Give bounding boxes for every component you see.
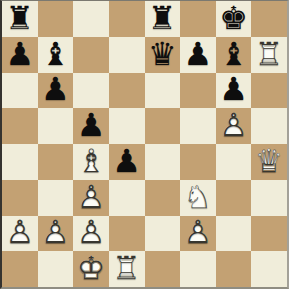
square-h5[interactable] <box>251 108 287 144</box>
piece-black-queen[interactable]: ♛ <box>145 37 181 73</box>
white-pawn-outline: ♙ <box>41 216 70 248</box>
square-h6[interactable] <box>251 73 287 109</box>
square-e7[interactable]: ♛ <box>145 37 181 73</box>
piece-white-bishop[interactable]: ♝♗ <box>73 144 109 180</box>
square-d1[interactable]: ♜♖ <box>109 251 145 287</box>
square-c3[interactable]: ♟♙ <box>73 180 109 216</box>
square-a8[interactable]: ♜ <box>2 1 38 37</box>
white-pawn-outline: ♙ <box>77 180 106 212</box>
square-d2[interactable] <box>109 216 145 252</box>
piece-white-knight[interactable]: ♞♘ <box>180 180 216 216</box>
square-e4[interactable] <box>145 144 181 180</box>
square-c7[interactable] <box>73 37 109 73</box>
square-c8[interactable] <box>73 1 109 37</box>
square-c4[interactable]: ♝♗ <box>73 144 109 180</box>
piece-black-rook[interactable]: ♜ <box>145 1 181 37</box>
square-c2[interactable]: ♟♙ <box>73 216 109 252</box>
black-rook-glyph: ♜ <box>5 2 34 34</box>
square-f3[interactable]: ♞♘ <box>180 180 216 216</box>
square-c1[interactable]: ♚♔ <box>73 251 109 287</box>
square-g2[interactable] <box>216 216 252 252</box>
square-g5[interactable]: ♟♙ <box>216 108 252 144</box>
square-a5[interactable] <box>2 108 38 144</box>
square-f1[interactable] <box>180 251 216 287</box>
square-g4[interactable] <box>216 144 252 180</box>
square-g8[interactable]: ♚ <box>216 1 252 37</box>
square-b1[interactable] <box>38 251 74 287</box>
piece-black-king[interactable]: ♚ <box>216 1 252 37</box>
piece-white-pawn[interactable]: ♟♙ <box>180 216 216 252</box>
piece-white-rook[interactable]: ♜♖ <box>251 37 287 73</box>
black-pawn-glyph: ♟ <box>112 145 141 177</box>
white-knight-outline: ♘ <box>184 180 213 212</box>
black-king-glyph: ♚ <box>219 2 248 34</box>
square-e5[interactable] <box>145 108 181 144</box>
piece-white-pawn[interactable]: ♟♙ <box>73 180 109 216</box>
white-rook-outline: ♖ <box>112 252 141 284</box>
square-h4[interactable]: ♛♕ <box>251 144 287 180</box>
piece-white-queen[interactable]: ♛♕ <box>251 144 287 180</box>
square-h1[interactable] <box>251 251 287 287</box>
black-bishop-glyph: ♝ <box>219 37 248 69</box>
square-e8[interactable]: ♜ <box>145 1 181 37</box>
square-e6[interactable] <box>145 73 181 109</box>
black-pawn-glyph: ♟ <box>219 73 248 105</box>
square-b8[interactable] <box>38 1 74 37</box>
white-pawn-outline: ♙ <box>219 109 248 141</box>
square-a6[interactable] <box>2 73 38 109</box>
white-pawn-outline: ♙ <box>77 216 106 248</box>
square-h3[interactable] <box>251 180 287 216</box>
piece-black-pawn[interactable]: ♟ <box>73 108 109 144</box>
square-g7[interactable]: ♝ <box>216 37 252 73</box>
piece-black-pawn[interactable]: ♟ <box>180 37 216 73</box>
square-g3[interactable] <box>216 180 252 216</box>
chess-board: ♜♜♚♟♝♛♟♝♜♖♟♟♟♟♙♝♗♟♛♕♟♙♞♘♟♙♟♙♟♙♟♙♚♔♜♖ <box>0 0 289 289</box>
square-e3[interactable] <box>145 180 181 216</box>
black-pawn-glyph: ♟ <box>41 73 70 105</box>
piece-black-bishop[interactable]: ♝ <box>38 37 74 73</box>
square-d5[interactable] <box>109 108 145 144</box>
square-h7[interactable]: ♜♖ <box>251 37 287 73</box>
black-rook-glyph: ♜ <box>148 2 177 34</box>
square-d6[interactable] <box>109 73 145 109</box>
square-f7[interactable]: ♟ <box>180 37 216 73</box>
black-queen-glyph: ♛ <box>148 37 177 69</box>
square-b5[interactable] <box>38 108 74 144</box>
piece-white-pawn[interactable]: ♟♙ <box>216 108 252 144</box>
piece-black-pawn[interactable]: ♟ <box>38 73 74 109</box>
square-d4[interactable]: ♟ <box>109 144 145 180</box>
square-g1[interactable] <box>216 251 252 287</box>
square-a7[interactable]: ♟ <box>2 37 38 73</box>
square-d7[interactable] <box>109 37 145 73</box>
piece-black-bishop[interactable]: ♝ <box>216 37 252 73</box>
white-rook-outline: ♖ <box>255 37 284 69</box>
square-b3[interactable] <box>38 180 74 216</box>
square-a2[interactable]: ♟♙ <box>2 216 38 252</box>
square-g6[interactable]: ♟ <box>216 73 252 109</box>
black-pawn-glyph: ♟ <box>5 37 34 69</box>
square-a4[interactable] <box>2 144 38 180</box>
black-pawn-glyph: ♟ <box>184 37 213 69</box>
piece-black-pawn[interactable]: ♟ <box>216 73 252 109</box>
square-f2[interactable]: ♟♙ <box>180 216 216 252</box>
white-bishop-outline: ♗ <box>77 145 106 177</box>
square-f8[interactable] <box>180 1 216 37</box>
piece-white-pawn[interactable]: ♟♙ <box>73 216 109 252</box>
black-bishop-glyph: ♝ <box>41 37 70 69</box>
piece-white-pawn[interactable]: ♟♙ <box>2 216 38 252</box>
square-b4[interactable] <box>38 144 74 180</box>
piece-black-rook[interactable]: ♜ <box>2 1 38 37</box>
black-pawn-glyph: ♟ <box>77 109 106 141</box>
square-c5[interactable]: ♟ <box>73 108 109 144</box>
square-f5[interactable] <box>180 108 216 144</box>
square-c6[interactable] <box>73 73 109 109</box>
piece-white-rook[interactable]: ♜♖ <box>109 251 145 287</box>
white-queen-outline: ♕ <box>255 145 284 177</box>
square-h8[interactable] <box>251 1 287 37</box>
square-b7[interactable]: ♝ <box>38 37 74 73</box>
square-d8[interactable] <box>109 1 145 37</box>
square-f4[interactable] <box>180 144 216 180</box>
white-king-outline: ♔ <box>77 252 106 284</box>
white-pawn-outline: ♙ <box>184 216 213 248</box>
square-e1[interactable] <box>145 251 181 287</box>
square-h2[interactable] <box>251 216 287 252</box>
square-b6[interactable]: ♟ <box>38 73 74 109</box>
piece-black-pawn[interactable]: ♟ <box>109 144 145 180</box>
piece-white-king[interactable]: ♚♔ <box>73 251 109 287</box>
piece-black-pawn[interactable]: ♟ <box>2 37 38 73</box>
white-pawn-outline: ♙ <box>5 216 34 248</box>
square-a1[interactable] <box>2 251 38 287</box>
square-f6[interactable] <box>180 73 216 109</box>
square-b2[interactable]: ♟♙ <box>38 216 74 252</box>
square-a3[interactable] <box>2 180 38 216</box>
square-e2[interactable] <box>145 216 181 252</box>
square-d3[interactable] <box>109 180 145 216</box>
piece-white-pawn[interactable]: ♟♙ <box>38 216 74 252</box>
